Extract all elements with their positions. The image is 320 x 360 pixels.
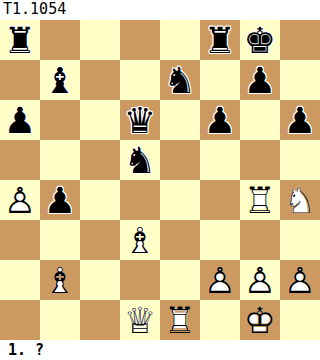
square-c3[interactable] [80, 220, 120, 260]
square-c6[interactable] [80, 100, 120, 140]
square-b6[interactable] [40, 100, 80, 140]
square-a8[interactable]: ♜ [0, 20, 40, 60]
square-a3[interactable] [0, 220, 40, 260]
square-e3[interactable] [160, 220, 200, 260]
square-c5[interactable] [80, 140, 120, 180]
square-d2[interactable] [120, 260, 160, 300]
square-g3[interactable] [240, 220, 280, 260]
square-b3[interactable] [40, 220, 80, 260]
square-f2[interactable]: ♟♙ [200, 260, 240, 300]
square-c8[interactable] [80, 20, 120, 60]
square-h4[interactable]: ♞♘ [280, 180, 320, 220]
square-a1[interactable] [0, 300, 40, 340]
square-d4[interactable] [120, 180, 160, 220]
square-b7[interactable]: ♝ [40, 60, 80, 100]
square-g5[interactable] [240, 140, 280, 180]
square-e8[interactable] [160, 20, 200, 60]
square-d7[interactable] [120, 60, 160, 100]
chess-puzzle-window: T1.1054 ♜♜♚♝♞♟♟♛♟♟♞♟♙♟♜♖♞♘♝♗♝♗♟♙♟♙♟♙♛♕♜♖… [0, 0, 320, 360]
square-a7[interactable] [0, 60, 40, 100]
square-g1[interactable]: ♚♔ [240, 300, 280, 340]
square-f6[interactable]: ♟ [200, 100, 240, 140]
square-e2[interactable] [160, 260, 200, 300]
square-b5[interactable] [40, 140, 80, 180]
square-a2[interactable] [0, 260, 40, 300]
square-h5[interactable] [280, 140, 320, 180]
square-e7[interactable]: ♞ [160, 60, 200, 100]
square-c7[interactable] [80, 60, 120, 100]
puzzle-id-title: T1.1054 [0, 0, 320, 20]
square-d6[interactable]: ♛ [120, 100, 160, 140]
square-g2[interactable]: ♟♙ [240, 260, 280, 300]
square-c1[interactable] [80, 300, 120, 340]
square-d8[interactable] [120, 20, 160, 60]
square-a5[interactable] [0, 140, 40, 180]
square-f5[interactable] [200, 140, 240, 180]
square-h8[interactable] [280, 20, 320, 60]
square-h3[interactable] [280, 220, 320, 260]
square-b4[interactable]: ♟ [40, 180, 80, 220]
square-f1[interactable] [200, 300, 240, 340]
square-e1[interactable]: ♜♖ [160, 300, 200, 340]
square-f4[interactable] [200, 180, 240, 220]
square-g7[interactable]: ♟ [240, 60, 280, 100]
move-prompt: 1. ? [0, 340, 320, 360]
square-f8[interactable]: ♜ [200, 20, 240, 60]
square-g8[interactable]: ♚ [240, 20, 280, 60]
square-h7[interactable] [280, 60, 320, 100]
square-g4[interactable]: ♜♖ [240, 180, 280, 220]
square-e5[interactable] [160, 140, 200, 180]
square-b2[interactable]: ♝♗ [40, 260, 80, 300]
square-c4[interactable] [80, 180, 120, 220]
square-h2[interactable]: ♟♙ [280, 260, 320, 300]
square-b1[interactable] [40, 300, 80, 340]
square-a6[interactable]: ♟ [0, 100, 40, 140]
square-d5[interactable]: ♞ [120, 140, 160, 180]
square-d1[interactable]: ♛♕ [120, 300, 160, 340]
square-f3[interactable] [200, 220, 240, 260]
square-e4[interactable] [160, 180, 200, 220]
square-g6[interactable] [240, 100, 280, 140]
square-f7[interactable] [200, 60, 240, 100]
square-e6[interactable] [160, 100, 200, 140]
chess-board: ♜♜♚♝♞♟♟♛♟♟♞♟♙♟♜♖♞♘♝♗♝♗♟♙♟♙♟♙♛♕♜♖♚♔ [0, 20, 320, 340]
square-d3[interactable]: ♝♗ [120, 220, 160, 260]
square-h1[interactable] [280, 300, 320, 340]
square-b8[interactable] [40, 20, 80, 60]
square-h6[interactable]: ♟ [280, 100, 320, 140]
square-c2[interactable] [80, 260, 120, 300]
square-a4[interactable]: ♟♙ [0, 180, 40, 220]
